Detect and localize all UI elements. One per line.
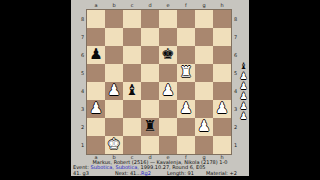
square-c4[interactable]: ♝ (123, 82, 141, 100)
square-h5[interactable] (213, 64, 231, 82)
white-pawn: ♟ (177, 100, 195, 118)
square-g1[interactable] (195, 136, 213, 154)
square-d6[interactable] (141, 46, 159, 64)
square-a4[interactable] (87, 82, 105, 100)
square-a5[interactable] (87, 64, 105, 82)
rank-label: 7 (232, 28, 239, 46)
square-d2[interactable]: ♜ (141, 118, 159, 136)
move-status-line: 41. g3 Next: 41...Rg2 Length: 91 Materia… (71, 171, 249, 177)
current-move: 41. g3 (73, 171, 89, 176)
square-g8[interactable] (195, 10, 213, 28)
square-b6[interactable] (105, 46, 123, 64)
square-e4[interactable]: ♟ (159, 82, 177, 100)
square-b3[interactable] (105, 100, 123, 118)
rank-label: 1 (232, 136, 239, 154)
black-pawn: ♟ (87, 46, 105, 64)
square-h1[interactable] (213, 136, 231, 154)
square-d5[interactable] (141, 64, 159, 82)
black-king: ♚ (159, 46, 177, 64)
square-c1[interactable] (123, 136, 141, 154)
square-d8[interactable] (141, 10, 159, 28)
square-h2[interactable] (213, 118, 231, 136)
square-b8[interactable] (105, 10, 123, 28)
square-d7[interactable] (141, 28, 159, 46)
square-a8[interactable] (87, 10, 105, 28)
square-b1[interactable]: ♚ (105, 136, 123, 154)
square-h8[interactable] (213, 10, 231, 28)
rank-label: 3 (79, 100, 86, 118)
chess-panel: abcdefgh 87654321 ♟♚♜♟♝♟♟♟♟♜♟♚ 87654321 … (71, 0, 249, 176)
white-pawn-captured-icon: ♟ (239, 101, 247, 111)
square-c2[interactable] (123, 118, 141, 136)
file-label: d (141, 1, 159, 9)
square-e6[interactable]: ♚ (159, 46, 177, 64)
white-pawn: ♟ (159, 82, 177, 100)
white-pawn-captured-icon: ♟ (239, 91, 247, 101)
square-b5[interactable] (105, 64, 123, 82)
file-label: g (195, 1, 213, 9)
file-label: e (159, 1, 177, 9)
next-move-label: Next: 41... (115, 170, 141, 176)
square-b2[interactable] (105, 118, 123, 136)
square-f1[interactable] (177, 136, 195, 154)
rank-label: 2 (79, 118, 86, 136)
square-a2[interactable] (87, 118, 105, 136)
rank-label: 8 (79, 10, 86, 28)
rank-label: 1 (79, 136, 86, 154)
square-a3[interactable]: ♟ (87, 100, 105, 118)
square-d3[interactable] (141, 100, 159, 118)
white-king: ♚ (105, 136, 123, 154)
square-e1[interactable] (159, 136, 177, 154)
square-c7[interactable] (123, 28, 141, 46)
next-move-field: Next: 41...Rg2 (115, 171, 151, 176)
square-e7[interactable] (159, 28, 177, 46)
square-f2[interactable] (177, 118, 195, 136)
square-e3[interactable] (159, 100, 177, 118)
file-label: b (105, 1, 123, 9)
game-length: Length: 91 (167, 171, 194, 176)
square-g4[interactable] (195, 82, 213, 100)
white-pawn-captured-icon: ♟ (239, 81, 247, 91)
square-c8[interactable] (123, 10, 141, 28)
file-labels-top: abcdefgh (87, 1, 231, 9)
square-c5[interactable] (123, 64, 141, 82)
rank-label: 7 (79, 28, 86, 46)
square-h7[interactable] (213, 28, 231, 46)
white-rook: ♜ (177, 64, 195, 82)
rank-label: 4 (79, 82, 86, 100)
file-label: c (123, 1, 141, 9)
square-e2[interactable] (159, 118, 177, 136)
square-g5[interactable] (195, 64, 213, 82)
rank-labels-left: 87654321 (79, 10, 86, 154)
square-b7[interactable] (105, 28, 123, 46)
game-caption: Markus, Robert (2516) — Kavalenja, Nikol… (71, 160, 249, 177)
square-f8[interactable] (177, 10, 195, 28)
square-f5[interactable]: ♜ (177, 64, 195, 82)
square-g7[interactable] (195, 28, 213, 46)
rank-label: 6 (79, 46, 86, 64)
white-pawn: ♟ (87, 100, 105, 118)
square-a7[interactable] (87, 28, 105, 46)
video-frame: abcdefgh 87654321 ♟♚♜♟♝♟♟♟♟♜♟♚ 87654321 … (0, 0, 320, 180)
file-label: a (87, 1, 105, 9)
black-rook: ♜ (141, 118, 159, 136)
captured-material-tray: ♝♟♟♟♟♟ (238, 61, 249, 121)
chess-board: ♟♚♜♟♝♟♟♟♟♜♟♚ (87, 10, 231, 154)
black-bishop-captured-icon: ♝ (239, 61, 247, 71)
white-pawn: ♟ (105, 82, 123, 100)
white-pawn: ♟ (213, 100, 231, 118)
black-bishop: ♝ (123, 82, 141, 100)
square-g6[interactable] (195, 46, 213, 64)
rank-label: 5 (79, 64, 86, 82)
white-pawn-captured-icon: ♟ (239, 111, 247, 121)
square-f6[interactable] (177, 46, 195, 64)
square-b4[interactable]: ♟ (105, 82, 123, 100)
rank-label: 8 (232, 10, 239, 28)
square-d1[interactable] (141, 136, 159, 154)
square-c3[interactable] (123, 100, 141, 118)
file-label: f (177, 1, 195, 9)
square-e8[interactable] (159, 10, 177, 28)
square-g3[interactable] (195, 100, 213, 118)
square-c6[interactable] (123, 46, 141, 64)
square-f3[interactable]: ♟ (177, 100, 195, 118)
square-a6[interactable]: ♟ (87, 46, 105, 64)
material-balance: Material: +2 (206, 171, 237, 176)
file-label: h (213, 1, 231, 9)
square-f7[interactable] (177, 28, 195, 46)
next-move-link[interactable]: Rg2 (141, 170, 151, 176)
square-h3[interactable]: ♟ (213, 100, 231, 118)
square-e5[interactable] (159, 64, 177, 82)
white-pawn-captured-icon: ♟ (239, 71, 247, 81)
square-h6[interactable] (213, 46, 231, 64)
square-d4[interactable] (141, 82, 159, 100)
square-h4[interactable] (213, 82, 231, 100)
white-pawn: ♟ (195, 118, 213, 136)
square-a1[interactable] (87, 136, 105, 154)
square-f4[interactable] (177, 82, 195, 100)
square-g2[interactable]: ♟ (195, 118, 213, 136)
